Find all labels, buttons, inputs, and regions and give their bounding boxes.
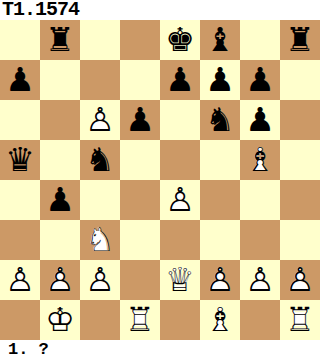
white-rook[interactable]	[280, 300, 320, 340]
black-pawn[interactable]	[240, 60, 280, 100]
square-e2[interactable]	[160, 260, 200, 300]
square-a6[interactable]	[0, 100, 40, 140]
white-pawn[interactable]	[240, 260, 280, 300]
white-pawn[interactable]	[160, 180, 200, 220]
square-b6[interactable]	[40, 100, 80, 140]
black-rook[interactable]	[40, 20, 80, 60]
white-bishop[interactable]	[200, 300, 240, 340]
square-f6[interactable]	[200, 100, 240, 140]
black-bishop[interactable]	[200, 20, 240, 60]
white-pawn[interactable]	[0, 260, 40, 300]
square-c2[interactable]	[80, 260, 120, 300]
square-c7[interactable]	[80, 60, 120, 100]
black-pawn[interactable]	[0, 60, 40, 100]
square-d4[interactable]	[120, 180, 160, 220]
white-pawn[interactable]	[80, 100, 120, 140]
square-a1[interactable]	[0, 300, 40, 340]
square-b1[interactable]	[40, 300, 80, 340]
square-a2[interactable]	[0, 260, 40, 300]
square-d8[interactable]	[120, 20, 160, 60]
square-h3[interactable]	[280, 220, 320, 260]
square-f4[interactable]	[200, 180, 240, 220]
square-d2[interactable]	[120, 260, 160, 300]
black-pawn[interactable]	[200, 60, 240, 100]
square-d7[interactable]	[120, 60, 160, 100]
square-f5[interactable]	[200, 140, 240, 180]
white-queen[interactable]	[160, 260, 200, 300]
black-pawn[interactable]	[120, 100, 160, 140]
square-a8[interactable]	[0, 20, 40, 60]
square-e6[interactable]	[160, 100, 200, 140]
square-h2[interactable]	[280, 260, 320, 300]
square-d1[interactable]	[120, 300, 160, 340]
black-knight[interactable]	[200, 100, 240, 140]
black-pawn[interactable]	[240, 100, 280, 140]
square-f1[interactable]	[200, 300, 240, 340]
square-h5[interactable]	[280, 140, 320, 180]
square-e1[interactable]	[160, 300, 200, 340]
square-b5[interactable]	[40, 140, 80, 180]
square-a7[interactable]	[0, 60, 40, 100]
square-g5[interactable]	[240, 140, 280, 180]
black-king[interactable]	[160, 20, 200, 60]
square-a5[interactable]	[0, 140, 40, 180]
chess-board	[0, 20, 320, 340]
square-g6[interactable]	[240, 100, 280, 140]
white-knight[interactable]	[80, 220, 120, 260]
square-e5[interactable]	[160, 140, 200, 180]
white-pawn[interactable]	[280, 260, 320, 300]
white-pawn[interactable]	[200, 260, 240, 300]
square-h8[interactable]	[280, 20, 320, 60]
white-rook[interactable]	[120, 300, 160, 340]
square-h6[interactable]	[280, 100, 320, 140]
square-b4[interactable]	[40, 180, 80, 220]
puzzle-id: T1.1574	[0, 0, 79, 20]
square-c4[interactable]	[80, 180, 120, 220]
square-e3[interactable]	[160, 220, 200, 260]
white-king[interactable]	[40, 300, 80, 340]
white-bishop[interactable]	[240, 140, 280, 180]
square-g2[interactable]	[240, 260, 280, 300]
square-c8[interactable]	[80, 20, 120, 60]
square-b3[interactable]	[40, 220, 80, 260]
square-a4[interactable]	[0, 180, 40, 220]
square-b2[interactable]	[40, 260, 80, 300]
move-prompt: 1. ?	[0, 340, 49, 360]
square-f7[interactable]	[200, 60, 240, 100]
title-bar: T1.1574	[0, 0, 320, 20]
square-c1[interactable]	[80, 300, 120, 340]
square-g1[interactable]	[240, 300, 280, 340]
square-b7[interactable]	[40, 60, 80, 100]
square-f3[interactable]	[200, 220, 240, 260]
square-h4[interactable]	[280, 180, 320, 220]
square-c6[interactable]	[80, 100, 120, 140]
square-f8[interactable]	[200, 20, 240, 60]
square-c3[interactable]	[80, 220, 120, 260]
square-g8[interactable]	[240, 20, 280, 60]
square-g7[interactable]	[240, 60, 280, 100]
square-f2[interactable]	[200, 260, 240, 300]
square-c5[interactable]	[80, 140, 120, 180]
black-queen[interactable]	[0, 140, 40, 180]
square-e8[interactable]	[160, 20, 200, 60]
square-d6[interactable]	[120, 100, 160, 140]
black-pawn[interactable]	[40, 180, 80, 220]
black-knight[interactable]	[80, 140, 120, 180]
square-d3[interactable]	[120, 220, 160, 260]
black-rook[interactable]	[280, 20, 320, 60]
square-e7[interactable]	[160, 60, 200, 100]
white-pawn[interactable]	[40, 260, 80, 300]
square-h1[interactable]	[280, 300, 320, 340]
square-g4[interactable]	[240, 180, 280, 220]
square-e4[interactable]	[160, 180, 200, 220]
move-prompt-bar: 1. ?	[0, 340, 320, 360]
square-d5[interactable]	[120, 140, 160, 180]
white-pawn[interactable]	[80, 260, 120, 300]
square-h7[interactable]	[280, 60, 320, 100]
black-pawn[interactable]	[160, 60, 200, 100]
square-a3[interactable]	[0, 220, 40, 260]
square-g3[interactable]	[240, 220, 280, 260]
square-b8[interactable]	[40, 20, 80, 60]
